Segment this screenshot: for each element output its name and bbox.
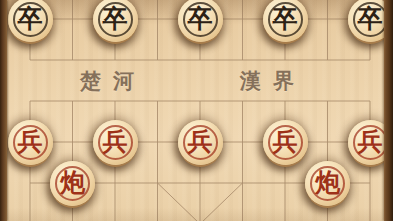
pieces-layer: 卒卒卒卒卒兵兵兵兵兵炮炮 — [9, 0, 392, 221]
board-frame-left — [0, 0, 7, 221]
board-frame-right — [384, 0, 393, 221]
piece-glyph: 兵 — [188, 129, 213, 154]
piece-glyph: 兵 — [103, 129, 128, 154]
piece-red-soldier[interactable]: 兵 — [8, 120, 53, 165]
piece-red-soldier[interactable]: 兵 — [93, 120, 138, 165]
piece-glyph: 卒 — [273, 6, 298, 31]
piece-black-soldier[interactable]: 卒 — [93, 0, 138, 42]
piece-glyph: 兵 — [18, 129, 43, 154]
piece-glyph: 卒 — [358, 6, 383, 31]
piece-glyph: 兵 — [358, 129, 383, 154]
piece-red-cannon[interactable]: 炮 — [50, 161, 95, 206]
piece-black-soldier[interactable]: 卒 — [178, 0, 223, 42]
piece-black-soldier[interactable]: 卒 — [8, 0, 53, 42]
piece-glyph: 兵 — [273, 129, 298, 154]
piece-glyph: 炮 — [315, 170, 340, 195]
piece-red-soldier[interactable]: 兵 — [178, 120, 223, 165]
piece-black-soldier[interactable]: 卒 — [263, 0, 308, 42]
piece-red-cannon[interactable]: 炮 — [305, 161, 350, 206]
xiangqi-board[interactable]: 楚河 漢界 卒卒卒卒卒兵兵兵兵兵炮炮 — [0, 0, 393, 221]
piece-glyph: 卒 — [103, 6, 128, 31]
piece-glyph: 卒 — [188, 6, 213, 31]
piece-glyph: 卒 — [18, 6, 43, 31]
piece-glyph: 炮 — [60, 170, 85, 195]
piece-red-soldier[interactable]: 兵 — [263, 120, 308, 165]
